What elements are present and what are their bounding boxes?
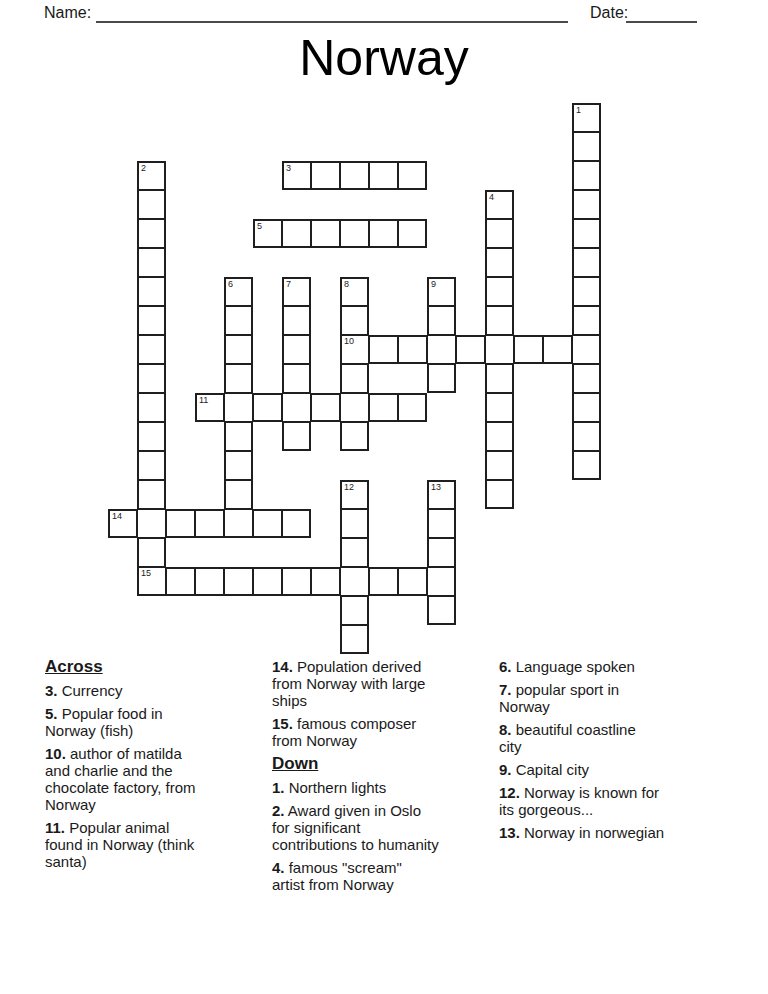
clue-11: 11. Popular animal found in Norway (thin… <box>45 819 257 870</box>
clue-2: 2. Award given in Oslo for significant c… <box>272 802 490 853</box>
grid-cell[interactable] <box>572 277 601 306</box>
grid-cell[interactable] <box>485 364 514 393</box>
clue-3: 3. Currency <box>45 682 257 699</box>
grid-cell[interactable] <box>572 161 601 190</box>
grid-cell[interactable] <box>543 335 572 364</box>
grid-cell[interactable] <box>427 509 456 538</box>
grid-cell[interactable] <box>137 248 166 277</box>
grid-cell[interactable] <box>340 538 369 567</box>
grid-cell[interactable] <box>195 509 224 538</box>
clue-column-2: 14. Population derived from Norway with … <box>272 658 490 899</box>
grid-cell[interactable]: 9 <box>427 277 456 306</box>
grid-cell[interactable] <box>340 596 369 625</box>
grid-cell[interactable] <box>224 422 253 451</box>
grid-cell[interactable] <box>137 422 166 451</box>
grid-cell[interactable] <box>340 161 369 190</box>
grid-cell[interactable]: 3 <box>282 161 311 190</box>
grid-cell[interactable] <box>137 306 166 335</box>
down-clues-a: 1. Northern lights2. Award given in Oslo… <box>272 779 490 893</box>
date-label: Date: <box>590 4 628 22</box>
grid-cell[interactable] <box>282 509 311 538</box>
grid-cell[interactable] <box>369 567 398 596</box>
grid-cell[interactable] <box>572 219 601 248</box>
grid-cell[interactable] <box>427 567 456 596</box>
clue-6: 6. Language spoken <box>499 658 729 675</box>
grid-cell[interactable] <box>311 161 340 190</box>
clue-number: 5 <box>257 221 262 231</box>
grid-cell[interactable] <box>137 393 166 422</box>
grid-cell[interactable]: 12 <box>340 480 369 509</box>
clue-number: 10 <box>344 336 354 346</box>
clue-number: 14 <box>112 511 122 521</box>
grid-cell[interactable] <box>485 306 514 335</box>
grid-cell[interactable]: 8 <box>340 277 369 306</box>
grid-cell[interactable] <box>369 219 398 248</box>
clue-10: 10. author of matilda and charlie and th… <box>45 745 257 813</box>
grid-cell[interactable] <box>485 451 514 480</box>
name-line[interactable] <box>96 21 568 23</box>
grid-cell[interactable] <box>427 538 456 567</box>
date-line[interactable] <box>626 21 697 23</box>
clue-14: 14. Population derived from Norway with … <box>272 658 490 709</box>
clue-number: 7 <box>286 279 291 289</box>
grid-cell[interactable] <box>340 625 369 654</box>
clue-number: 15 <box>141 568 151 578</box>
clue-8: 8. beautiful coastline city <box>499 721 729 755</box>
grid-cell[interactable] <box>282 422 311 451</box>
clue-number: 2 <box>141 163 146 173</box>
grid-cell[interactable] <box>398 567 427 596</box>
grid-cell[interactable] <box>514 335 543 364</box>
grid-cell[interactable] <box>137 219 166 248</box>
clue-7: 7. popular sport in Norway <box>499 681 729 715</box>
grid-cell[interactable] <box>224 306 253 335</box>
grid-cell[interactable]: 1 <box>572 103 601 132</box>
grid-cell[interactable]: 13 <box>427 480 456 509</box>
grid-cell[interactable] <box>224 567 253 596</box>
grid-cell[interactable] <box>340 306 369 335</box>
clue-column-3: 6. Language spoken7. popular sport in No… <box>499 658 729 847</box>
grid-cell[interactable]: 2 <box>137 161 166 190</box>
grid-cell[interactable] <box>224 509 253 538</box>
grid-cell[interactable]: 11 <box>195 393 224 422</box>
grid-cell[interactable] <box>398 161 427 190</box>
grid-cell[interactable] <box>398 393 427 422</box>
grid-cell[interactable] <box>456 335 485 364</box>
across-clues-a: 3. Currency5. Popular food in Norway (fi… <box>45 682 257 870</box>
clue-number: 3 <box>286 163 291 173</box>
grid-cell[interactable] <box>485 219 514 248</box>
clue-number: 8 <box>344 279 349 289</box>
grid-cell[interactable] <box>253 509 282 538</box>
clue-15: 15. famous composer from Norway <box>272 715 490 749</box>
grid-cell[interactable] <box>485 422 514 451</box>
grid-cell[interactable] <box>137 335 166 364</box>
clue-number: 13 <box>431 482 441 492</box>
grid-cell[interactable] <box>137 480 166 509</box>
grid-cell[interactable] <box>224 451 253 480</box>
grid-cell[interactable] <box>427 596 456 625</box>
grid-cell[interactable] <box>166 567 195 596</box>
grid-cell[interactable] <box>572 451 601 480</box>
clue-number: 11 <box>199 395 208 405</box>
grid-cell[interactable]: 4 <box>485 190 514 219</box>
clue-number: 12 <box>344 482 354 492</box>
grid-cell[interactable] <box>485 480 514 509</box>
grid-cell[interactable] <box>572 335 601 364</box>
grid-cell[interactable] <box>311 219 340 248</box>
grid-cell[interactable] <box>485 277 514 306</box>
grid-cell[interactable]: 14 <box>108 509 137 538</box>
grid-cell[interactable] <box>224 393 253 422</box>
grid-cell[interactable]: 6 <box>224 277 253 306</box>
grid-cell[interactable] <box>253 567 282 596</box>
grid-cell[interactable] <box>340 393 369 422</box>
grid-cell[interactable] <box>369 335 398 364</box>
grid-cell[interactable] <box>195 567 224 596</box>
grid-cell[interactable] <box>369 393 398 422</box>
clue-number: 1 <box>576 105 581 115</box>
grid-cell[interactable]: 7 <box>282 277 311 306</box>
grid-cell[interactable] <box>572 306 601 335</box>
grid-cell[interactable] <box>282 364 311 393</box>
grid-cell[interactable] <box>572 132 601 161</box>
clue-13: 13. Norway in norwegian <box>499 824 729 841</box>
grid-cell[interactable] <box>282 219 311 248</box>
grid-cell[interactable] <box>137 364 166 393</box>
grid-cell[interactable] <box>137 509 166 538</box>
grid-cell[interactable] <box>340 509 369 538</box>
grid-cell[interactable] <box>224 335 253 364</box>
clue-number: 9 <box>431 279 436 289</box>
grid-cell[interactable] <box>224 480 253 509</box>
clue-12: 12. Norway is known for its gorgeous... <box>499 784 729 818</box>
grid-cell[interactable] <box>485 393 514 422</box>
grid-cell[interactable] <box>340 364 369 393</box>
grid-cell[interactable] <box>485 335 514 364</box>
down-heading: Down <box>272 755 490 773</box>
grid-cell[interactable] <box>427 306 456 335</box>
grid-cell[interactable] <box>572 364 601 393</box>
grid-cell[interactable] <box>427 364 456 393</box>
grid-cell[interactable] <box>427 335 456 364</box>
clue-1: 1. Northern lights <box>272 779 490 796</box>
down-clues-b: 6. Language spoken7. popular sport in No… <box>499 658 729 841</box>
across-clues-b: 14. Population derived from Norway with … <box>272 658 490 749</box>
grid-cell[interactable] <box>340 422 369 451</box>
grid-cell[interactable]: 5 <box>253 219 282 248</box>
grid-cell[interactable] <box>340 567 369 596</box>
clue-9: 9. Capital city <box>499 761 729 778</box>
grid-cell[interactable]: 15 <box>137 567 166 596</box>
page-title: Norway <box>0 31 768 85</box>
grid-cell[interactable] <box>282 567 311 596</box>
grid-cell[interactable] <box>137 277 166 306</box>
grid-cell[interactable] <box>137 190 166 219</box>
grid-cell[interactable] <box>282 306 311 335</box>
grid-cell[interactable] <box>398 335 427 364</box>
clue-column-1: Across 3. Currency5. Popular food in Nor… <box>45 658 257 876</box>
grid-cell[interactable] <box>166 509 195 538</box>
crossword-grid: 123456789101112131415 <box>108 103 601 654</box>
clue-4: 4. famous "scream" artist from Norway <box>272 859 490 893</box>
across-heading: Across <box>45 658 257 676</box>
grid-cell[interactable] <box>572 422 601 451</box>
grid-cell[interactable] <box>369 161 398 190</box>
worksheet-page: Name: Date: Norway 123456789101112131415… <box>0 0 768 994</box>
name-label: Name: <box>44 4 91 22</box>
grid-cell[interactable] <box>253 393 282 422</box>
grid-cell[interactable] <box>137 451 166 480</box>
grid-cell[interactable] <box>311 567 340 596</box>
grid-cell[interactable] <box>398 219 427 248</box>
grid-cell[interactable] <box>137 538 166 567</box>
grid-cell[interactable] <box>282 393 311 422</box>
clue-5: 5. Popular food in Norway (fish) <box>45 705 257 739</box>
grid-cell[interactable] <box>282 335 311 364</box>
grid-cell[interactable] <box>572 190 601 219</box>
clue-number: 4 <box>489 192 494 202</box>
grid-cell[interactable] <box>572 393 601 422</box>
grid-cell[interactable] <box>224 364 253 393</box>
grid-cell[interactable]: 10 <box>340 335 369 364</box>
clue-number: 6 <box>228 279 233 289</box>
grid-cell[interactable] <box>485 248 514 277</box>
grid-cell[interactable] <box>572 248 601 277</box>
grid-cell[interactable] <box>340 219 369 248</box>
grid-cell[interactable] <box>311 393 340 422</box>
